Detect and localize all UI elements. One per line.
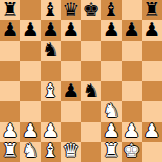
square-b8[interactable] <box>20 0 40 20</box>
white-pawn-piece: ♟ <box>103 122 120 141</box>
square-h8[interactable]: ♜ <box>142 0 162 20</box>
black-pawn-piece: ♟ <box>123 20 140 39</box>
square-c3[interactable] <box>41 101 61 121</box>
square-g4[interactable] <box>122 81 142 101</box>
black-pawn-piece: ♟ <box>2 20 19 39</box>
square-c8[interactable]: ♝ <box>41 0 61 20</box>
square-f4[interactable] <box>101 81 121 101</box>
square-g1[interactable]: ♚ <box>122 142 142 162</box>
square-d3[interactable] <box>61 101 81 121</box>
square-f6[interactable] <box>101 41 121 61</box>
square-h6[interactable] <box>142 41 162 61</box>
square-f7[interactable]: ♟ <box>101 20 121 40</box>
square-e2[interactable] <box>81 122 101 142</box>
square-f8[interactable]: ♝ <box>101 0 121 20</box>
square-f2[interactable]: ♟ <box>101 122 121 142</box>
square-b6[interactable] <box>20 41 40 61</box>
black-rook-piece: ♜ <box>143 0 160 19</box>
square-b5[interactable] <box>20 61 40 81</box>
chess-board: ♜♝♛♚♝♜♟♟♟♟♟♟♟♞♝♟♞♞♟♟♟♟♟♟♜♞♝♛♜♚ <box>0 0 162 162</box>
black-pawn-piece: ♟ <box>42 20 59 39</box>
square-h5[interactable] <box>142 61 162 81</box>
square-b3[interactable] <box>20 101 40 121</box>
square-b1[interactable]: ♞ <box>20 142 40 162</box>
white-pawn-piece: ♟ <box>123 122 140 141</box>
square-a7[interactable]: ♟ <box>0 20 20 40</box>
square-h1[interactable] <box>142 142 162 162</box>
square-e1[interactable] <box>81 142 101 162</box>
square-a5[interactable] <box>0 61 20 81</box>
square-c7[interactable]: ♟ <box>41 20 61 40</box>
white-pawn-piece: ♟ <box>2 122 19 141</box>
square-a1[interactable]: ♜ <box>0 142 20 162</box>
white-pawn-piece: ♟ <box>42 122 59 141</box>
white-king-piece: ♚ <box>123 142 140 161</box>
white-pawn-piece: ♟ <box>143 122 160 141</box>
white-pawn-piece: ♟ <box>22 122 39 141</box>
white-bishop-piece: ♝ <box>42 81 59 100</box>
black-bishop-piece: ♝ <box>42 0 59 19</box>
square-h2[interactable]: ♟ <box>142 122 162 142</box>
square-c2[interactable]: ♟ <box>41 122 61 142</box>
white-rook-piece: ♜ <box>2 142 19 161</box>
black-king-piece: ♚ <box>83 0 100 19</box>
square-g6[interactable] <box>122 41 142 61</box>
square-g5[interactable] <box>122 61 142 81</box>
square-f1[interactable]: ♜ <box>101 142 121 162</box>
square-e5[interactable] <box>81 61 101 81</box>
square-d7[interactable]: ♟ <box>61 20 81 40</box>
square-g2[interactable]: ♟ <box>122 122 142 142</box>
black-pawn-piece: ♟ <box>62 20 79 39</box>
square-e3[interactable] <box>81 101 101 121</box>
square-f5[interactable] <box>101 61 121 81</box>
white-knight-piece: ♞ <box>103 101 120 120</box>
square-a4[interactable] <box>0 81 20 101</box>
square-e8[interactable]: ♚ <box>81 0 101 20</box>
square-c4[interactable]: ♝ <box>41 81 61 101</box>
white-bishop-piece: ♝ <box>42 142 59 161</box>
square-f3[interactable]: ♞ <box>101 101 121 121</box>
square-b2[interactable]: ♟ <box>20 122 40 142</box>
square-d4[interactable]: ♟ <box>61 81 81 101</box>
square-e7[interactable] <box>81 20 101 40</box>
square-g8[interactable] <box>122 0 142 20</box>
white-queen-piece: ♛ <box>62 142 79 161</box>
square-a6[interactable] <box>0 41 20 61</box>
black-rook-piece: ♜ <box>2 0 19 19</box>
square-d1[interactable]: ♛ <box>61 142 81 162</box>
square-c6[interactable]: ♞ <box>41 41 61 61</box>
square-a3[interactable] <box>0 101 20 121</box>
white-knight-piece: ♞ <box>22 142 39 161</box>
black-pawn-piece: ♟ <box>103 20 120 39</box>
square-g3[interactable] <box>122 101 142 121</box>
black-pawn-piece: ♟ <box>143 20 160 39</box>
square-d8[interactable]: ♛ <box>61 0 81 20</box>
black-pawn-piece: ♟ <box>22 20 39 39</box>
square-h4[interactable] <box>142 81 162 101</box>
square-d6[interactable] <box>61 41 81 61</box>
black-knight-piece: ♞ <box>42 41 59 60</box>
square-d2[interactable] <box>61 122 81 142</box>
square-b4[interactable] <box>20 81 40 101</box>
black-knight-piece: ♞ <box>83 81 100 100</box>
square-a2[interactable]: ♟ <box>0 122 20 142</box>
white-rook-piece: ♜ <box>103 142 120 161</box>
square-a8[interactable]: ♜ <box>0 0 20 20</box>
square-h7[interactable]: ♟ <box>142 20 162 40</box>
square-d5[interactable] <box>61 61 81 81</box>
square-g7[interactable]: ♟ <box>122 20 142 40</box>
black-queen-piece: ♛ <box>62 0 79 19</box>
square-h3[interactable] <box>142 101 162 121</box>
square-e4[interactable]: ♞ <box>81 81 101 101</box>
square-e6[interactable] <box>81 41 101 61</box>
square-c5[interactable] <box>41 61 61 81</box>
square-c1[interactable]: ♝ <box>41 142 61 162</box>
square-b7[interactable]: ♟ <box>20 20 40 40</box>
black-pawn-piece: ♟ <box>62 81 79 100</box>
black-bishop-piece: ♝ <box>103 0 120 19</box>
